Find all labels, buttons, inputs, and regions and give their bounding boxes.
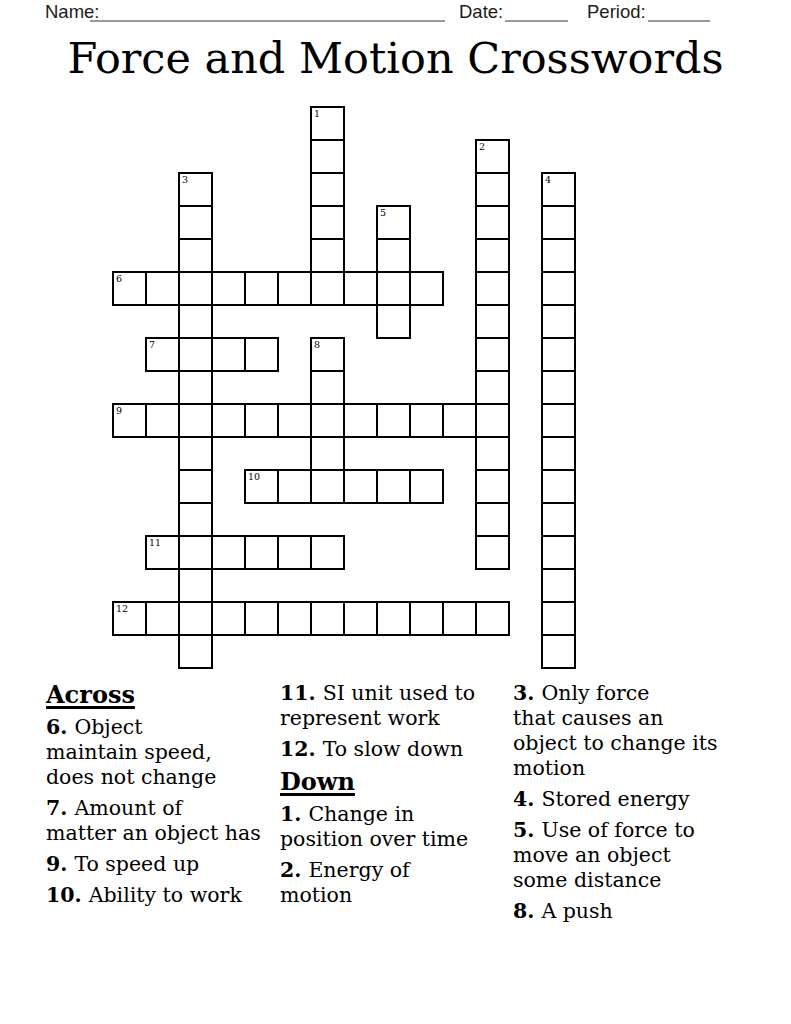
grid-cell[interactable]	[310, 271, 345, 306]
grid-cell[interactable]	[244, 535, 279, 570]
grid-cell[interactable]	[277, 469, 312, 504]
grid-cell[interactable]	[277, 601, 312, 636]
grid-cell[interactable]	[541, 403, 576, 438]
grid-cell[interactable]	[178, 337, 213, 372]
date-label: Date:	[459, 2, 503, 22]
clue-text: Amount of matter an object has	[46, 796, 261, 845]
clue-text: Change in position over time	[280, 802, 468, 851]
grid-cell[interactable]: 7	[145, 337, 180, 372]
grid-cell[interactable]	[541, 634, 576, 669]
clue-text: A push	[541, 899, 612, 923]
grid-cell[interactable]	[475, 172, 510, 207]
clue-number: 4.	[513, 787, 534, 811]
grid-cell[interactable]	[409, 403, 444, 438]
clue-text: Use of force to move an object some dist…	[513, 818, 695, 892]
clue-down-4: 4.Stored energy	[513, 787, 755, 812]
period-field[interactable]	[648, 3, 710, 22]
clue-number: 3.	[513, 681, 534, 705]
grid-cell[interactable]: 10	[244, 469, 279, 504]
grid-cell[interactable]	[178, 370, 213, 405]
grid-cell[interactable]: 9	[112, 403, 147, 438]
grid-cell[interactable]	[541, 568, 576, 603]
grid-cell[interactable]	[475, 238, 510, 273]
clue-number: 2.	[280, 858, 301, 882]
clue-across-9: 9.To speed up	[46, 852, 280, 877]
grid-cell[interactable]	[178, 271, 213, 306]
grid-cell[interactable]	[541, 238, 576, 273]
clue-number: 7.	[46, 796, 67, 820]
grid-cell[interactable]	[475, 535, 510, 570]
clue-number: 9.	[46, 852, 67, 876]
clue-number: 12.	[280, 737, 316, 761]
grid-cell[interactable]	[475, 502, 510, 537]
grid-cell[interactable]	[376, 271, 411, 306]
grid-cell[interactable]	[541, 304, 576, 339]
grid-cell[interactable]	[475, 403, 510, 438]
clue-across-7: 7.Amount of matter an object has	[46, 796, 280, 846]
grid-cell[interactable]	[541, 436, 576, 471]
grid-cell[interactable]	[310, 601, 345, 636]
grid-cell[interactable]: 11	[145, 535, 180, 570]
down-heading: Down	[280, 768, 513, 796]
clue-column-3: 3.Only force that causes an object to ch…	[513, 681, 755, 930]
grid-cell[interactable]: 6	[112, 271, 147, 306]
grid-cell[interactable]	[541, 370, 576, 405]
grid-cell[interactable]	[178, 469, 213, 504]
grid-cell[interactable]	[376, 403, 411, 438]
clue-text: Only force that causes an object to chan…	[513, 681, 717, 780]
grid-cell[interactable]	[442, 403, 477, 438]
grid-cell[interactable]	[145, 601, 180, 636]
clue-text: Object maintain speed, does not change	[46, 715, 216, 789]
grid-cell[interactable]	[475, 601, 510, 636]
grid-cell[interactable]	[376, 238, 411, 273]
cell-number: 1	[314, 108, 320, 119]
clue-text: Stored energy	[541, 787, 689, 811]
clue-down-5: 5.Use of force to move an object some di…	[513, 818, 755, 893]
grid-cell[interactable]	[343, 601, 378, 636]
grid-cell[interactable]	[244, 403, 279, 438]
clue-down-8: 8.A push	[513, 899, 755, 924]
grid-cell[interactable]	[475, 271, 510, 306]
cell-number: 12	[116, 603, 128, 614]
cell-number: 10	[248, 471, 260, 482]
page-title: Force and Motion Crosswords	[0, 33, 791, 83]
across-heading: Across	[46, 681, 280, 709]
clue-number: 1.	[280, 802, 301, 826]
grid-cell[interactable]: 5	[376, 205, 411, 240]
grid-cell[interactable]: 1	[310, 106, 345, 141]
clue-text: To slow down	[323, 737, 464, 761]
grid-cell[interactable]	[310, 403, 345, 438]
grid-cell[interactable]	[310, 238, 345, 273]
grid-cell[interactable]	[541, 535, 576, 570]
grid-cell[interactable]: 12	[112, 601, 147, 636]
grid-cell[interactable]	[343, 271, 378, 306]
grid-cell[interactable]	[343, 403, 378, 438]
grid-cell[interactable]	[310, 436, 345, 471]
grid-cell[interactable]	[178, 436, 213, 471]
period-label: Period:	[587, 2, 646, 22]
clue-number: 11.	[280, 681, 316, 705]
grid-cell[interactable]: 4	[541, 172, 576, 207]
grid-cell[interactable]	[211, 535, 246, 570]
grid-cell[interactable]	[178, 502, 213, 537]
clue-column-1: Across6.Object maintain speed, does not …	[46, 681, 280, 914]
clue-down-3: 3.Only force that causes an object to ch…	[513, 681, 755, 781]
clue-across-6: 6.Object maintain speed, does not change	[46, 715, 280, 790]
grid-cell[interactable]	[475, 370, 510, 405]
clue-number: 6.	[46, 715, 67, 739]
grid-cell[interactable]	[211, 403, 246, 438]
grid-cell[interactable]	[178, 205, 213, 240]
grid-cell[interactable]	[277, 271, 312, 306]
grid-cell[interactable]	[244, 601, 279, 636]
clue-text: Ability to work	[89, 883, 242, 907]
grid-cell[interactable]	[376, 601, 411, 636]
grid-cell[interactable]	[310, 535, 345, 570]
clue-down-1: 1.Change in position over time	[280, 802, 513, 852]
grid-cell[interactable]	[475, 436, 510, 471]
grid-cell[interactable]	[343, 469, 378, 504]
grid-cell[interactable]	[277, 403, 312, 438]
cell-number: 9	[116, 405, 122, 416]
cell-number: 4	[545, 174, 551, 185]
grid-cell[interactable]	[376, 304, 411, 339]
clue-across-10: 10.Ability to work	[46, 883, 280, 908]
grid-cell[interactable]	[178, 304, 213, 339]
clue-number: 8.	[513, 899, 534, 923]
grid-cell[interactable]	[541, 205, 576, 240]
cell-number: 7	[149, 339, 155, 350]
cell-number: 11	[149, 537, 161, 548]
grid-cell[interactable]	[475, 205, 510, 240]
grid-cell[interactable]	[211, 337, 246, 372]
grid-cell[interactable]	[475, 469, 510, 504]
cell-number: 3	[182, 174, 188, 185]
grid-cell[interactable]	[475, 337, 510, 372]
grid-cell[interactable]	[178, 403, 213, 438]
grid-cell[interactable]	[541, 271, 576, 306]
grid-cell[interactable]	[376, 469, 411, 504]
grid-cell[interactable]	[310, 370, 345, 405]
grid-cell[interactable]: 3	[178, 172, 213, 207]
grid-cell[interactable]	[409, 469, 444, 504]
worksheet-page: Name: Date: Period: Force and Motion Cro…	[0, 0, 791, 1024]
grid-cell[interactable]	[244, 271, 279, 306]
grid-cell[interactable]	[145, 403, 180, 438]
crossword-grid: 123456789101112	[112, 106, 576, 669]
grid-cell[interactable]	[442, 601, 477, 636]
grid-cell[interactable]	[409, 271, 444, 306]
grid-cell[interactable]	[310, 205, 345, 240]
name-field[interactable]	[90, 3, 445, 22]
clue-number: 5.	[513, 818, 534, 842]
grid-cell[interactable]	[310, 172, 345, 207]
grid-cell[interactable]	[409, 601, 444, 636]
grid-cell[interactable]	[178, 535, 213, 570]
grid-cell[interactable]	[145, 271, 180, 306]
grid-cell[interactable]	[475, 304, 510, 339]
grid-cell[interactable]	[244, 337, 279, 372]
grid-cell[interactable]: 8	[310, 337, 345, 372]
grid-cell[interactable]	[211, 601, 246, 636]
clue-text: To speed up	[74, 852, 199, 876]
grid-cell[interactable]	[178, 238, 213, 273]
cell-number: 8	[314, 339, 320, 350]
grid-cell[interactable]	[178, 634, 213, 669]
clue-column-2: 11.SI unit used to represent work12.To s…	[280, 681, 513, 914]
cell-number: 5	[380, 207, 386, 218]
grid-cell[interactable]	[211, 271, 246, 306]
clue-across-11: 11.SI unit used to represent work	[280, 681, 513, 731]
grid-cell[interactable]	[178, 601, 213, 636]
clue-down-2: 2.Energy of motion	[280, 858, 513, 908]
cell-number: 2	[479, 141, 485, 152]
grid-cell[interactable]: 2	[475, 139, 510, 174]
clue-number: 10.	[46, 883, 82, 907]
grid-cell[interactable]	[541, 337, 576, 372]
grid-cell[interactable]	[310, 139, 345, 174]
grid-cell[interactable]	[541, 502, 576, 537]
date-field[interactable]	[505, 3, 568, 22]
cell-number: 6	[116, 273, 122, 284]
grid-cell[interactable]	[541, 601, 576, 636]
grid-cell[interactable]	[277, 535, 312, 570]
grid-cell[interactable]	[310, 469, 345, 504]
grid-cell[interactable]	[541, 469, 576, 504]
clue-across-12: 12.To slow down	[280, 737, 513, 762]
grid-cell[interactable]	[178, 568, 213, 603]
